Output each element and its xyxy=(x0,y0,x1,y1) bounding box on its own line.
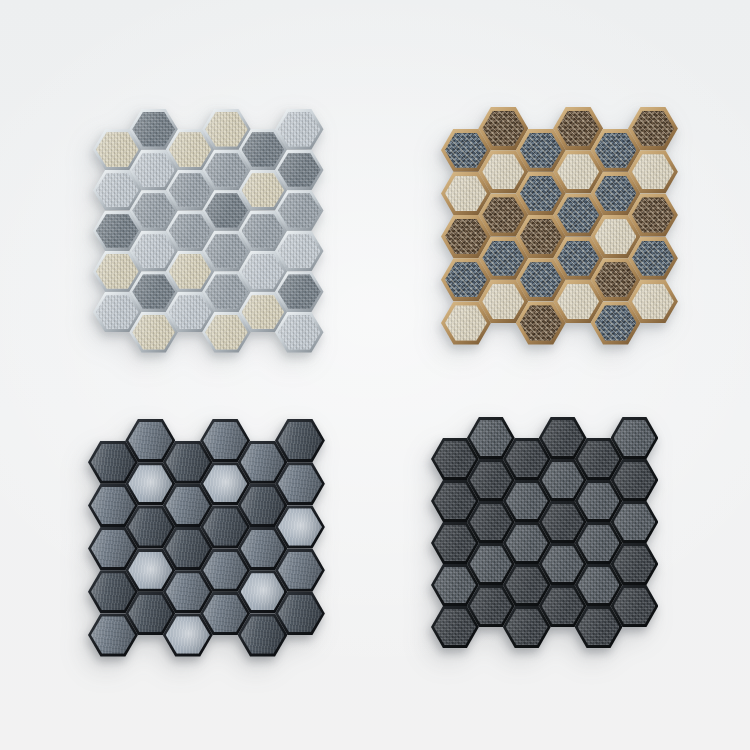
hex-tile-face xyxy=(542,588,584,624)
hex-tile-face xyxy=(169,254,212,289)
hex-tile-face xyxy=(205,274,248,309)
hex-tile-face xyxy=(614,462,656,498)
hex-tile-face xyxy=(520,262,562,297)
hex-tile-face xyxy=(278,112,321,147)
hex-tile-face xyxy=(520,176,562,211)
hex-tile-face xyxy=(632,241,674,276)
hex-tile-face xyxy=(614,504,656,540)
hex-tile-face xyxy=(278,153,321,188)
hex-tile-face xyxy=(132,153,175,188)
hex-tile-face xyxy=(278,552,322,589)
hex-tile-face xyxy=(632,111,674,146)
hex-tile-face xyxy=(166,616,210,653)
hex-tile-face xyxy=(128,465,172,502)
hex-tile-face xyxy=(520,305,562,340)
tile-sheet-top-left xyxy=(93,109,324,373)
hex-tile-face xyxy=(242,132,285,167)
hex-tile-face xyxy=(445,176,487,211)
hex-tile-face xyxy=(132,274,175,309)
hex-tile-face xyxy=(166,444,210,481)
hex-tile-face xyxy=(166,487,210,524)
hex-tile-face xyxy=(542,546,584,582)
hex-tile-face xyxy=(542,420,584,456)
hex-tile-face xyxy=(595,133,637,168)
hex-tile-face xyxy=(632,197,674,232)
hex-tile-face xyxy=(205,193,248,228)
hex-tile-face xyxy=(445,133,487,168)
hex-tile-face xyxy=(91,616,135,653)
hex-tile-face xyxy=(278,465,322,502)
hex-tile-face xyxy=(434,609,476,645)
hex-tile-face xyxy=(542,462,584,498)
hex-tile-face xyxy=(132,234,175,269)
hex-tile-face xyxy=(242,254,285,289)
hex-tile-face xyxy=(278,315,321,350)
hex-tile-face xyxy=(482,111,524,146)
hex-tile-face xyxy=(506,441,548,477)
hex-tile-face xyxy=(166,573,210,610)
hex-tile-face xyxy=(241,487,285,524)
hex-tile-face xyxy=(169,214,212,249)
hex-tile-face xyxy=(96,173,139,208)
hex-tile-face xyxy=(132,315,175,350)
hex-tile-face xyxy=(482,197,524,232)
hex-tile-face xyxy=(445,262,487,297)
hex-tile-face xyxy=(578,441,620,477)
hex-tile-face xyxy=(632,284,674,319)
hex-tile-face xyxy=(205,315,248,350)
hex-tile-face xyxy=(128,595,172,632)
tile-sheet-top-right xyxy=(441,107,678,345)
hex-tile-face xyxy=(542,504,584,540)
hex-tile-face xyxy=(241,573,285,610)
hex-tile-face xyxy=(132,112,175,147)
hex-tile-face xyxy=(242,173,285,208)
hex-tile-face xyxy=(203,595,247,632)
hex-tile-face xyxy=(470,420,512,456)
hex-tile-face xyxy=(595,176,637,211)
hex-tile-face xyxy=(595,219,637,254)
hex-tile-face xyxy=(557,111,599,146)
hex-tile-face xyxy=(557,154,599,189)
hex-tile-face xyxy=(557,197,599,232)
hex-tile-face xyxy=(91,573,135,610)
hex-tile-face xyxy=(434,525,476,561)
hex-tile-face xyxy=(96,295,139,330)
hex-tile-face xyxy=(91,530,135,567)
hex-tile-face xyxy=(242,295,285,330)
hex-tile-face xyxy=(242,214,285,249)
product-photo-canvas xyxy=(0,0,750,750)
tile-sheet-bottom-left xyxy=(88,419,325,657)
hex-tile-face xyxy=(241,616,285,653)
hex-tile-face xyxy=(470,504,512,540)
hex-tile-face xyxy=(520,219,562,254)
hex-tile-face xyxy=(445,219,487,254)
hex-tile-face xyxy=(96,214,139,249)
hex-tile-face xyxy=(203,552,247,589)
hex-tile-face xyxy=(241,530,285,567)
hex-tile-face xyxy=(91,444,135,481)
hex-tile-face xyxy=(595,305,637,340)
hex-tile-face xyxy=(520,133,562,168)
hex-tile-face xyxy=(595,262,637,297)
hex-tile-face xyxy=(506,483,548,519)
hex-tile-face xyxy=(506,567,548,603)
hex-tile-face xyxy=(128,422,172,459)
hex-tile-face xyxy=(434,567,476,603)
hex-tile-face xyxy=(482,154,524,189)
hex-tile-face xyxy=(203,508,247,545)
hex-tile-face xyxy=(434,441,476,477)
hex-tile-face xyxy=(205,234,248,269)
hex-tile-face xyxy=(578,609,620,645)
hex-tile-face xyxy=(205,112,248,147)
hex-tile-face xyxy=(578,483,620,519)
hex-tile-face xyxy=(169,132,212,167)
hex-tile-face xyxy=(632,154,674,189)
hex-tile-face xyxy=(128,552,172,589)
hex-tile-face xyxy=(169,173,212,208)
hex-tile-face xyxy=(128,508,172,545)
hex-tile-face xyxy=(169,295,212,330)
hex-tile-face xyxy=(470,588,512,624)
hex-tile-face xyxy=(445,305,487,340)
hex-tile-face xyxy=(166,530,210,567)
hex-tile-face xyxy=(557,241,599,276)
hex-tile-face xyxy=(278,234,321,269)
hex-tile-face xyxy=(482,241,524,276)
hex-tile-face xyxy=(614,546,656,582)
hex-tile-face xyxy=(614,420,656,456)
hex-tile-face xyxy=(203,422,247,459)
hex-tile-face xyxy=(96,254,139,289)
hex-tile-face xyxy=(203,465,247,502)
hex-tile-face xyxy=(278,595,322,632)
hex-tile-face xyxy=(470,546,512,582)
hex-tile-face xyxy=(241,444,285,481)
hex-tile-face xyxy=(506,609,548,645)
hex-tile-face xyxy=(470,462,512,498)
hex-tile-face xyxy=(614,588,656,624)
hex-tile-face xyxy=(278,274,321,309)
hex-tile-face xyxy=(91,487,135,524)
hex-tile-face xyxy=(278,508,322,545)
hex-tile-face xyxy=(132,193,175,228)
hex-tile-face xyxy=(278,193,321,228)
hex-tile-face xyxy=(557,284,599,319)
hex-tile-face xyxy=(578,525,620,561)
hex-tile-face xyxy=(205,153,248,188)
hex-tile-face xyxy=(506,525,548,561)
hex-tile-face xyxy=(482,284,524,319)
hex-tile-face xyxy=(96,132,139,167)
hex-tile-face xyxy=(434,483,476,519)
hex-tile-face xyxy=(578,567,620,603)
tile-sheet-bottom-right xyxy=(431,417,658,648)
hex-tile-face xyxy=(278,422,322,459)
